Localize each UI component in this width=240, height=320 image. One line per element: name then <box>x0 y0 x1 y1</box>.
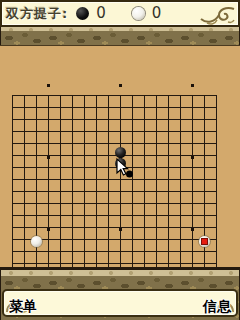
info-softkey[interactable]: 信息 <box>203 299 231 314</box>
white-stone <box>199 236 210 247</box>
star-point <box>191 228 194 231</box>
cursor-icon <box>115 157 135 179</box>
star-point <box>191 84 194 87</box>
menu-softkey[interactable]: 菜单 <box>9 299 37 314</box>
last-move-marker <box>201 238 208 245</box>
scroll-flourish-icon <box>198 4 236 26</box>
softkey-bar: 菜单 信息 <box>2 289 238 317</box>
decorative-strip-bottom <box>0 269 240 276</box>
star-point <box>119 84 122 87</box>
star-point <box>47 228 50 231</box>
star-point <box>47 156 50 159</box>
star-point <box>47 84 50 87</box>
black-capture-count: 0 <box>96 6 106 21</box>
damask-band-top <box>0 31 240 45</box>
star-point <box>191 156 194 159</box>
white-stone-icon <box>132 7 145 20</box>
captures-label: 双方提子: <box>6 5 68 23</box>
white-capture-count: 0 <box>152 6 162 21</box>
black-stone-icon <box>76 7 89 20</box>
white-stone <box>31 236 42 247</box>
game-screen: 双方提子: 0 0 菜单 信息 <box>0 0 240 320</box>
black-stone <box>115 147 126 158</box>
capture-header: 双方提子: 0 0 <box>0 0 240 27</box>
star-point <box>119 228 122 231</box>
